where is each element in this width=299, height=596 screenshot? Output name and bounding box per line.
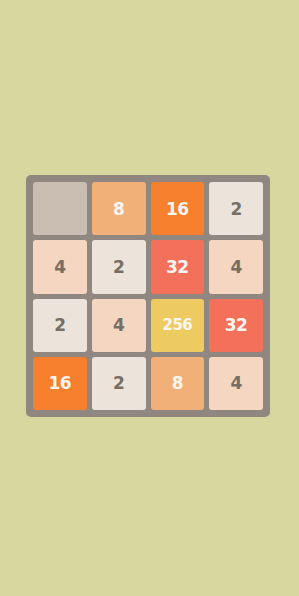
game-screen: 816242324242563216284: [0, 0, 299, 596]
tile-32-r2c3: 32: [151, 240, 205, 293]
tile-4-r4c4: 4: [209, 357, 263, 410]
tile-16-r1c3: 16: [151, 182, 205, 235]
tile-4-r2c4: 4: [209, 240, 263, 293]
tile-32-r3c4: 32: [209, 299, 263, 352]
tile-2-r1c4: 2: [209, 182, 263, 235]
tile-16-r4c1: 16: [33, 357, 87, 410]
board-2048[interactable]: 816242324242563216284: [26, 175, 270, 417]
tile-2-r3c1: 2: [33, 299, 87, 352]
tile-8-r4c3: 8: [151, 357, 205, 410]
empty-cell-r1c1: [33, 182, 87, 235]
tile-4-r2c1: 4: [33, 240, 87, 293]
tile-2-r2c2: 2: [92, 240, 146, 293]
page: { "game": "2048", "position": ".,8,16,2/…: [0, 0, 299, 596]
tile-8-r1c2: 8: [92, 182, 146, 235]
tile-256-r3c3: 256: [151, 299, 205, 352]
tile-2-r4c2: 2: [92, 357, 146, 410]
tile-4-r3c2: 4: [92, 299, 146, 352]
